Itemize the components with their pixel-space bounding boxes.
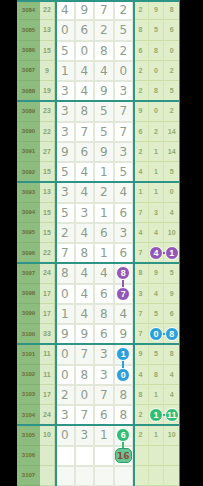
group-separator-rule (17, 343, 180, 345)
stat-cell: 0 (149, 61, 165, 81)
digit-cell: 5 (114, 20, 134, 40)
digit-cell: 4 (75, 263, 95, 283)
stat-cell: 9 (133, 344, 149, 364)
digit-cell: 6 (94, 223, 114, 243)
digit-cell: 7 (114, 122, 134, 142)
stat-cell: 7 (133, 243, 149, 263)
digit-cell: 0 (75, 385, 95, 405)
sum-cell: 10 (40, 425, 55, 445)
stat-cell: 6 (133, 122, 149, 142)
table-row: 30912796932114 (17, 142, 180, 162)
stat-cell: 4 (133, 162, 149, 182)
stat-cell: 0 (149, 101, 165, 121)
sum-cell: 15 (40, 223, 55, 243)
stat-cell: 1 (149, 385, 165, 405)
stat-cell: 2 (133, 142, 149, 162)
digit-cell: 4 (75, 223, 95, 243)
digit-cell: 9 (75, 324, 95, 344)
period-cell: 3101 (17, 344, 40, 364)
table-row: 3099171484756 (17, 304, 180, 324)
sum-cell: 19 (40, 81, 55, 101)
period-cell: 3090 (17, 122, 40, 142)
trend-table: 3084224972298308513062585630861550826803… (17, 0, 180, 486)
digit-cell: 2 (114, 41, 134, 61)
period-cell: 3102 (17, 365, 40, 385)
sum-cell: 17 (40, 385, 55, 405)
circled-digit: 0 (116, 368, 130, 382)
sum-cell: 24 (40, 405, 55, 425)
stat-cell: 4 (133, 223, 149, 243)
digit-cell (75, 446, 95, 466)
stat-cell: 1 (149, 425, 165, 445)
digit-cell: 16 (114, 446, 134, 466)
period-cell: 3092 (17, 162, 40, 182)
stat-cell (133, 446, 149, 466)
period-cell: 3085 (17, 20, 40, 40)
stat-cell: 0 (149, 324, 165, 344)
stat-cell: 8 (133, 20, 149, 40)
digit-cell: 7 (94, 0, 114, 20)
digit-cell: 8 (94, 304, 114, 324)
group-separator-rule (17, 424, 180, 426)
stat-cell: 2 (133, 425, 149, 445)
stat-cell: 9 (133, 101, 149, 121)
digit-cell: 0 (114, 61, 134, 81)
digit-cell: 6 (114, 203, 134, 223)
period-cell: 3089 (17, 101, 40, 121)
digit-cell: 7 (55, 243, 75, 263)
digit-cell: 4 (55, 0, 75, 20)
digit-cell: 6 (94, 284, 114, 304)
digit-cell: 5 (55, 203, 75, 223)
digit-cell: 5 (94, 101, 114, 121)
table-row: 3098170467349 (17, 284, 180, 304)
digit-cell: 8 (55, 263, 75, 283)
table-row: 3084224972298 (17, 0, 180, 20)
circled-stat: 11 (165, 408, 179, 422)
digit-cell: 6 (94, 324, 114, 344)
digit-cell: 6 (114, 425, 134, 445)
period-cell: 3095 (17, 223, 40, 243)
digit-cell: 3 (94, 344, 114, 364)
period-cell: 3106 (17, 446, 40, 466)
sum-cell: 17 (40, 304, 55, 324)
circled-digit: 7 (116, 287, 130, 301)
digit-cell: 6 (94, 405, 114, 425)
stat-cell: 8 (149, 41, 165, 61)
stat-cell (133, 466, 149, 486)
period-cell: 3099 (17, 304, 40, 324)
digit-cell (55, 466, 75, 486)
digit-cell: 0 (55, 20, 75, 40)
digit-cell: 4 (94, 61, 114, 81)
sum-cell: 13 (40, 182, 55, 202)
stat-cell: 5 (149, 20, 165, 40)
digit-cell: 3 (55, 101, 75, 121)
sum-cell: 27 (40, 142, 55, 162)
period-cell: 3097 (17, 263, 40, 283)
digit-cell: 9 (55, 324, 75, 344)
table-row: 3101110731958 (17, 344, 180, 364)
digit-cell: 8 (114, 405, 134, 425)
table-row: 30902237576214 (17, 122, 180, 142)
digit-cell: 9 (94, 142, 114, 162)
digit-cell: 7 (114, 101, 134, 121)
digit-cell: 5 (55, 162, 75, 182)
digit-cell: 2 (114, 0, 134, 20)
period-cell: 3107 (17, 466, 40, 486)
circled-stat: 1 (165, 246, 179, 260)
circled-digit: 8 (116, 266, 130, 280)
digit-cell: 8 (114, 263, 134, 283)
digit-cell: 6 (75, 20, 95, 40)
digit-cell: 3 (55, 182, 75, 202)
digit-cell: 1 (55, 304, 75, 324)
digit-cell: 1 (94, 203, 114, 223)
period-cell: 3087 (17, 61, 40, 81)
period-cell: 3094 (17, 203, 40, 223)
stat-cell: 2 (149, 122, 165, 142)
period-cell: 3105 (17, 425, 40, 445)
table-row: 3092155415415 (17, 162, 180, 182)
stat-cell: 7 (133, 203, 149, 223)
stat-cell: 7 (133, 324, 149, 344)
stat-cell: 3 (149, 203, 165, 223)
table-row: 3096227816741 (17, 243, 180, 263)
digit-cell: 8 (75, 365, 95, 385)
period-cell: 3100 (17, 324, 40, 344)
digit-cell: 1 (114, 344, 134, 364)
digit-cell: 4 (75, 162, 95, 182)
screenshot-stage: 3084224972298308513062585630861550826803… (0, 0, 203, 486)
table-row: 3085130625856 (17, 20, 180, 40)
digit-cell: 3 (55, 405, 75, 425)
circled-digit: 1 (116, 347, 130, 361)
digit-cell: 2 (55, 385, 75, 405)
digit-cell (94, 466, 114, 486)
sum-cell: 33 (40, 324, 55, 344)
table-row: 3102110830484 (17, 365, 180, 385)
period-cell: 3091 (17, 142, 40, 162)
digit-cell: 4 (75, 81, 95, 101)
stat-cell: 2 (133, 405, 149, 425)
sum-cell: 24 (40, 263, 55, 283)
stat-cell: 8 (149, 81, 165, 101)
digit-cell (94, 446, 114, 466)
digit-cell: 5 (114, 162, 134, 182)
stat-cell: 8 (149, 365, 165, 385)
stat-cell: 8 (133, 385, 149, 405)
section-rule (179, 0, 181, 486)
table-row: 3094155316734 (17, 203, 180, 223)
digit-cell: 1 (94, 243, 114, 263)
group-separator-rule (17, 181, 180, 183)
period-cell: 3104 (17, 405, 40, 425)
digit-cell: 2 (94, 20, 114, 40)
digit-cell: 3 (114, 223, 134, 243)
digit-cell (114, 466, 134, 486)
stat-cell: 6 (133, 41, 149, 61)
digit-cell: 0 (55, 425, 75, 445)
digit-cell: 0 (55, 365, 75, 385)
sum-cell: 17 (40, 284, 55, 304)
stat-cell: 2 (133, 0, 149, 20)
stat-cell: 4 (149, 284, 165, 304)
stat-cell: 8 (133, 263, 149, 283)
digit-cell: 3 (94, 365, 114, 385)
digit-cell: 4 (75, 182, 95, 202)
digit-cell: 2 (55, 223, 75, 243)
digit-cell: 0 (75, 41, 95, 61)
digit-cell: 3 (55, 81, 75, 101)
stat-cell: 4 (149, 243, 165, 263)
circled-digit: 6 (116, 428, 130, 442)
sum-cell: 22 (40, 243, 55, 263)
sum-cell: 15 (40, 203, 55, 223)
sum-cell: 13 (40, 20, 55, 40)
circled-stat: 4 (149, 246, 163, 260)
digit-cell: 8 (75, 101, 95, 121)
digit-cell: 6 (114, 243, 134, 263)
digit-cell (75, 466, 95, 486)
table-row: 308791440202 (17, 61, 180, 81)
digit-cell (55, 446, 75, 466)
sum-cell: 15 (40, 41, 55, 61)
digit-cell: 8 (94, 41, 114, 61)
table-row: 3088193493285 (17, 81, 180, 101)
digit-cell: 0 (114, 365, 134, 385)
stat-cell: 1 (149, 182, 165, 202)
digit-cell: 3 (114, 81, 134, 101)
digit-cell: 3 (75, 425, 95, 445)
table-row: 3107 (17, 466, 180, 486)
period-cell: 3093 (17, 182, 40, 202)
group-separator-rule (17, 0, 180, 2)
stat-cell: 5 (149, 344, 165, 364)
stat-cell (149, 446, 165, 466)
digit-cell: 7 (114, 284, 134, 304)
digit-cell: 4 (94, 263, 114, 283)
digit-cell: 7 (75, 122, 95, 142)
period-cell: 3088 (17, 81, 40, 101)
digit-cell: 8 (114, 385, 134, 405)
stat-cell: 9 (149, 0, 165, 20)
digit-cell: 7 (94, 385, 114, 405)
circled-stat: 0 (149, 327, 163, 341)
sum-cell (40, 446, 55, 466)
stat-cell: 4 (149, 223, 165, 243)
table-row: 3100339969708 (17, 324, 180, 344)
table-row: 3086155082680 (17, 41, 180, 61)
period-cell: 3086 (17, 41, 40, 61)
sum-cell: 15 (40, 162, 55, 182)
stat-cell: 1 (149, 162, 165, 182)
table-row: 31051003162110 (17, 425, 180, 445)
digit-cell: 3 (75, 203, 95, 223)
digit-cell: 4 (75, 284, 95, 304)
digit-cell: 2 (94, 182, 114, 202)
table-row: 310616 (17, 446, 180, 466)
digit-cell: 7 (75, 344, 95, 364)
table-row: 3093133424110 (17, 182, 180, 202)
stat-cell: 5 (149, 304, 165, 324)
digit-cell: 3 (114, 142, 134, 162)
digit-cell: 5 (94, 122, 114, 142)
stat-cell: 2 (133, 61, 149, 81)
digit-cell: 4 (75, 61, 95, 81)
circled-stat: 8 (165, 327, 179, 341)
table-row: 30951524634410 (17, 223, 180, 243)
period-cell: 3103 (17, 385, 40, 405)
section-rule (133, 0, 135, 486)
digit-cell: 4 (114, 182, 134, 202)
period-cell: 3096 (17, 243, 40, 263)
table-row: 3103172078814 (17, 385, 180, 405)
period-cell: 3098 (17, 284, 40, 304)
circled-stat: 1 (149, 408, 163, 422)
stat-cell (149, 466, 165, 486)
table-row: 3097248448895 (17, 263, 180, 283)
digit-cell: 8 (75, 243, 95, 263)
sum-cell: 23 (40, 101, 55, 121)
digit-cell: 9 (55, 142, 75, 162)
digit-cell: 0 (55, 284, 75, 304)
group-separator-rule (17, 262, 180, 264)
digit-cell: 1 (94, 162, 114, 182)
group-separator-rule (17, 100, 180, 102)
digit-cell: 1 (55, 61, 75, 81)
sum-cell: 22 (40, 0, 55, 20)
digit-cell: 3 (55, 122, 75, 142)
sum-cell (40, 466, 55, 486)
stat-cell: 7 (133, 304, 149, 324)
digit-cell: 9 (114, 324, 134, 344)
section-rule (55, 0, 57, 486)
stat-cell: 1 (149, 405, 165, 425)
digit-cell: 6 (75, 142, 95, 162)
digit-cell: 7 (75, 405, 95, 425)
stat-cell: 3 (133, 284, 149, 304)
sum-cell: 11 (40, 365, 55, 385)
digit-cell: 9 (75, 0, 95, 20)
digit-cell: 5 (55, 41, 75, 61)
stat-cell: 9 (149, 263, 165, 283)
digit-cell: 4 (114, 304, 134, 324)
stat-cell: 4 (133, 365, 149, 385)
stat-cell: 1 (149, 142, 165, 162)
period-cell: 3084 (17, 0, 40, 20)
sum-cell: 11 (40, 344, 55, 364)
stat-cell: 2 (133, 81, 149, 101)
sum-cell: 22 (40, 122, 55, 142)
digit-cell: 1 (94, 425, 114, 445)
miss-count-badge: 16 (115, 448, 132, 463)
sum-cell: 9 (40, 61, 55, 81)
table-row: 31042437682111 (17, 405, 180, 425)
digit-cell: 4 (75, 304, 95, 324)
stat-cell: 1 (133, 182, 149, 202)
table-row: 3089233857902 (17, 101, 180, 121)
digit-cell: 9 (94, 81, 114, 101)
digit-cell: 0 (55, 344, 75, 364)
